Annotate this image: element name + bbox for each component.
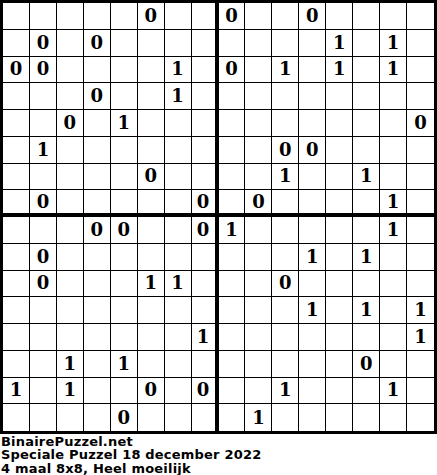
cell-r10c15[interactable] (380, 244, 407, 271)
cell-r6c14[interactable] (353, 137, 380, 164)
cell-r13c5[interactable] (111, 324, 138, 351)
cell-r8c11[interactable] (272, 190, 299, 217)
cell-r6c8[interactable] (192, 137, 219, 164)
cell-r16c9[interactable] (219, 404, 246, 431)
cell-r8c5[interactable] (111, 190, 138, 217)
cell-r8c2: 0 (30, 190, 57, 217)
cell-r16c6[interactable] (138, 404, 165, 431)
cell-r10c14: 1 (353, 244, 380, 271)
cell-r1c1[interactable] (3, 3, 30, 30)
cell-r8c12[interactable] (299, 190, 326, 217)
cell-r12c12: 1 (299, 297, 326, 324)
cell-r13c1[interactable] (3, 324, 30, 351)
cell-r2c12[interactable] (299, 30, 326, 57)
cell-r16c7[interactable] (165, 404, 192, 431)
cell-r5c11[interactable] (272, 110, 299, 137)
cell-r14c8[interactable] (192, 351, 219, 378)
cell-r4c12[interactable] (299, 83, 326, 110)
cell-r13c16: 1 (407, 324, 434, 351)
cell-r4c14[interactable] (353, 83, 380, 110)
cell-r1c14[interactable] (353, 3, 380, 30)
cell-r2c11[interactable] (272, 30, 299, 57)
cell-r12c1[interactable] (3, 297, 30, 324)
cell-r9c15: 1 (380, 217, 407, 244)
cell-r6c2: 1 (30, 137, 57, 164)
cell-r7c12[interactable] (299, 164, 326, 191)
cell-r7c15[interactable] (380, 164, 407, 191)
cell-r10c16[interactable] (407, 244, 434, 271)
cell-r16c13[interactable] (326, 404, 353, 431)
cell-r5c13[interactable] (326, 110, 353, 137)
cell-r3c14[interactable] (353, 57, 380, 84)
cell-r10c1[interactable] (3, 244, 30, 271)
caption: BinairePuzzel.net Speciale Puzzel 18 dec… (0, 435, 437, 475)
cell-r7c4[interactable] (84, 164, 111, 191)
cell-r3c10[interactable] (245, 57, 272, 84)
cell-r7c2[interactable] (30, 164, 57, 191)
cell-r15c10[interactable] (245, 378, 272, 405)
binary-puzzle-board: 0000011001011101010100011000100011011011… (0, 0, 437, 434)
puzzle-title: Speciale Puzzel 18 december 2022 (1, 448, 437, 461)
cell-r1c13[interactable] (326, 3, 353, 30)
cell-r9c7[interactable] (165, 217, 192, 244)
cell-r10c4[interactable] (84, 244, 111, 271)
cell-r9c3[interactable] (57, 217, 84, 244)
cell-r16c8[interactable] (192, 404, 219, 431)
cell-r10c12: 1 (299, 244, 326, 271)
cell-r8c1[interactable] (3, 190, 30, 217)
cell-r3c16[interactable] (407, 57, 434, 84)
cell-r12c16: 1 (407, 297, 434, 324)
cell-r11c14[interactable] (353, 271, 380, 298)
cell-r7c10[interactable] (245, 164, 272, 191)
cell-r13c7[interactable] (165, 324, 192, 351)
cell-r16c1[interactable] (3, 404, 30, 431)
cell-r16c2[interactable] (30, 404, 57, 431)
cell-r5c8[interactable] (192, 110, 219, 137)
cell-r8c14[interactable] (353, 190, 380, 217)
cell-r9c13[interactable] (326, 217, 353, 244)
cell-r13c12[interactable] (299, 324, 326, 351)
cell-r4c16[interactable] (407, 83, 434, 110)
cell-r14c10[interactable] (245, 351, 272, 378)
cell-r11c9[interactable] (219, 271, 246, 298)
cell-r16c15[interactable] (380, 404, 407, 431)
cell-r8c3[interactable] (57, 190, 84, 217)
cell-r1c7[interactable] (165, 3, 192, 30)
cell-r3c15: 1 (380, 57, 407, 84)
cell-r4c13[interactable] (326, 83, 353, 110)
cell-r4c6[interactable] (138, 83, 165, 110)
cell-r11c16[interactable] (407, 271, 434, 298)
cell-r4c8[interactable] (192, 83, 219, 110)
cell-r1c5[interactable] (111, 3, 138, 30)
puzzle-subtitle: 4 maal 8x8, Heel moeilijk (1, 462, 437, 475)
cell-r5c6[interactable] (138, 110, 165, 137)
cell-r1c10[interactable] (245, 3, 272, 30)
cell-r8c8: 0 (192, 190, 219, 217)
cell-r6c13[interactable] (326, 137, 353, 164)
cell-r5c7[interactable] (165, 110, 192, 137)
cell-r6c1[interactable] (3, 137, 30, 164)
cell-r10c2: 0 (30, 244, 57, 271)
cell-r3c5[interactable] (111, 57, 138, 84)
cell-r15c9[interactable] (219, 378, 246, 405)
cell-r14c1[interactable] (3, 351, 30, 378)
cell-r5c15[interactable] (380, 110, 407, 137)
cell-r8c10: 0 (245, 190, 272, 217)
cell-r14c2[interactable] (30, 351, 57, 378)
cell-r13c2[interactable] (30, 324, 57, 351)
cell-r3c8[interactable] (192, 57, 219, 84)
cell-r13c15[interactable] (380, 324, 407, 351)
cell-r2c13: 1 (326, 30, 353, 57)
cell-r15c5[interactable] (111, 378, 138, 405)
cell-r6c6[interactable] (138, 137, 165, 164)
cell-r8c9[interactable] (219, 190, 246, 217)
cell-r3c2: 0 (30, 57, 57, 84)
cell-r4c7: 1 (165, 83, 192, 110)
cell-r16c3[interactable] (57, 404, 84, 431)
cell-r16c5: 0 (111, 404, 138, 431)
puzzle-page: 0000011001011101010100011000100011011011… (0, 0, 437, 475)
cell-r2c10[interactable] (245, 30, 272, 57)
cell-r12c3[interactable] (57, 297, 84, 324)
cell-r1c16[interactable] (407, 3, 434, 30)
cell-r1c6: 0 (138, 3, 165, 30)
cell-r2c14[interactable] (353, 30, 380, 57)
cell-r7c13[interactable] (326, 164, 353, 191)
cell-r15c11: 1 (272, 378, 299, 405)
cell-r1c9: 0 (219, 3, 246, 30)
cell-r11c15[interactable] (380, 271, 407, 298)
cell-r7c1[interactable] (3, 164, 30, 191)
cell-r16c16[interactable] (407, 404, 434, 431)
cell-r11c2: 0 (30, 271, 57, 298)
cell-r4c4: 0 (84, 83, 111, 110)
cell-r11c5[interactable] (111, 271, 138, 298)
cell-r7c3[interactable] (57, 164, 84, 191)
cell-r9c5: 0 (111, 217, 138, 244)
cell-r8c7[interactable] (165, 190, 192, 217)
cell-r6c15[interactable] (380, 137, 407, 164)
cell-r3c4[interactable] (84, 57, 111, 84)
cell-r15c12[interactable] (299, 378, 326, 405)
cell-r10c6[interactable] (138, 244, 165, 271)
cell-r6c11: 0 (272, 137, 299, 164)
cell-r11c8[interactable] (192, 271, 219, 298)
cell-r4c1[interactable] (3, 83, 30, 110)
cell-r14c13[interactable] (326, 351, 353, 378)
cell-r14c15[interactable] (380, 351, 407, 378)
cell-r1c12: 0 (299, 3, 326, 30)
cell-r8c13[interactable] (326, 190, 353, 217)
cell-r9c12[interactable] (299, 217, 326, 244)
cell-r11c12[interactable] (299, 271, 326, 298)
cell-r15c16[interactable] (407, 378, 434, 405)
cell-r7c5[interactable] (111, 164, 138, 191)
cell-r11c10[interactable] (245, 271, 272, 298)
cell-r13c11[interactable] (272, 324, 299, 351)
cell-r9c2[interactable] (30, 217, 57, 244)
cell-r2c16[interactable] (407, 30, 434, 57)
cell-r5c12[interactable] (299, 110, 326, 137)
cell-r16c14[interactable] (353, 404, 380, 431)
cell-r14c16[interactable] (407, 351, 434, 378)
cell-r1c11[interactable] (272, 3, 299, 30)
cell-r7c11: 1 (272, 164, 299, 191)
cell-r3c1: 0 (3, 57, 30, 84)
cell-r14c14: 0 (353, 351, 380, 378)
cell-r11c7: 1 (165, 271, 192, 298)
cell-r1c2[interactable] (30, 3, 57, 30)
cell-r5c16: 0 (407, 110, 434, 137)
cell-r14c9[interactable] (219, 351, 246, 378)
cell-r2c6[interactable] (138, 30, 165, 57)
cell-r5c9[interactable] (219, 110, 246, 137)
cell-r14c7[interactable] (165, 351, 192, 378)
cell-r13c6[interactable] (138, 324, 165, 351)
cell-r12c11[interactable] (272, 297, 299, 324)
cell-r14c3: 1 (57, 351, 84, 378)
cell-r2c5[interactable] (111, 30, 138, 57)
cell-r1c4[interactable] (84, 3, 111, 30)
cell-r10c13[interactable] (326, 244, 353, 271)
cell-r2c3[interactable] (57, 30, 84, 57)
cell-r13c4[interactable] (84, 324, 111, 351)
cell-r12c7[interactable] (165, 297, 192, 324)
cell-r14c6[interactable] (138, 351, 165, 378)
cell-r10c9[interactable] (219, 244, 246, 271)
cell-r16c10: 1 (245, 404, 272, 431)
cell-r13c10[interactable] (245, 324, 272, 351)
cell-r10c10[interactable] (245, 244, 272, 271)
cell-r15c4[interactable] (84, 378, 111, 405)
cell-r9c14[interactable] (353, 217, 380, 244)
cell-r4c5[interactable] (111, 83, 138, 110)
cell-r15c8: 0 (192, 378, 219, 405)
cell-r4c9[interactable] (219, 83, 246, 110)
cell-r11c4[interactable] (84, 271, 111, 298)
cell-r6c9[interactable] (219, 137, 246, 164)
cell-r5c3: 0 (57, 110, 84, 137)
cell-r3c11: 1 (272, 57, 299, 84)
cell-r2c8[interactable] (192, 30, 219, 57)
cell-r11c13[interactable] (326, 271, 353, 298)
cell-r9c10[interactable] (245, 217, 272, 244)
cell-r12c15[interactable] (380, 297, 407, 324)
cell-r5c4[interactable] (84, 110, 111, 137)
cell-r1c15[interactable] (380, 3, 407, 30)
cell-r6c12: 0 (299, 137, 326, 164)
cell-r4c15[interactable] (380, 83, 407, 110)
cell-r3c9: 0 (219, 57, 246, 84)
cell-r2c4: 0 (84, 30, 111, 57)
cell-r4c10[interactable] (245, 83, 272, 110)
cell-r6c7[interactable] (165, 137, 192, 164)
cell-r15c2[interactable] (30, 378, 57, 405)
cell-r4c2[interactable] (30, 83, 57, 110)
cell-r13c3[interactable] (57, 324, 84, 351)
cell-r15c6: 0 (138, 378, 165, 405)
cell-r8c4[interactable] (84, 190, 111, 217)
cell-r16c11[interactable] (272, 404, 299, 431)
cell-r6c4[interactable] (84, 137, 111, 164)
cell-r10c8[interactable] (192, 244, 219, 271)
cell-r6c3[interactable] (57, 137, 84, 164)
cell-r15c3: 1 (57, 378, 84, 405)
cell-r9c6[interactable] (138, 217, 165, 244)
site-name: BinairePuzzel.net (1, 435, 437, 448)
cell-r13c9[interactable] (219, 324, 246, 351)
cell-r10c3[interactable] (57, 244, 84, 271)
cell-r5c14[interactable] (353, 110, 380, 137)
cell-r5c5: 1 (111, 110, 138, 137)
cell-r11c1[interactable] (3, 271, 30, 298)
cell-r6c5[interactable] (111, 137, 138, 164)
cell-r11c6: 1 (138, 271, 165, 298)
cell-r12c5[interactable] (111, 297, 138, 324)
cell-r13c8: 1 (192, 324, 219, 351)
cell-r12c13[interactable] (326, 297, 353, 324)
cell-r11c11: 0 (272, 271, 299, 298)
cell-r3c6[interactable] (138, 57, 165, 84)
cell-r15c15: 1 (380, 378, 407, 405)
cell-r5c10[interactable] (245, 110, 272, 137)
cell-r10c7[interactable] (165, 244, 192, 271)
cell-r12c8[interactable] (192, 297, 219, 324)
cell-r1c3[interactable] (57, 3, 84, 30)
cell-r12c4[interactable] (84, 297, 111, 324)
cell-r2c15: 1 (380, 30, 407, 57)
cell-r5c1[interactable] (3, 110, 30, 137)
cell-r7c7[interactable] (165, 164, 192, 191)
cell-r8c6[interactable] (138, 190, 165, 217)
cell-r6c16[interactable] (407, 137, 434, 164)
cell-r12c9[interactable] (219, 297, 246, 324)
cell-r12c10[interactable] (245, 297, 272, 324)
cell-r16c12[interactable] (299, 404, 326, 431)
cell-r11c3[interactable] (57, 271, 84, 298)
cell-r3c7: 1 (165, 57, 192, 84)
cell-r3c12[interactable] (299, 57, 326, 84)
cell-r10c5[interactable] (111, 244, 138, 271)
cell-r2c7[interactable] (165, 30, 192, 57)
cell-r14c5: 1 (111, 351, 138, 378)
cell-r14c11[interactable] (272, 351, 299, 378)
cell-r14c12[interactable] (299, 351, 326, 378)
cell-r2c2: 0 (30, 30, 57, 57)
cell-r4c3[interactable] (57, 83, 84, 110)
cell-r15c7[interactable] (165, 378, 192, 405)
cell-r7c6: 0 (138, 164, 165, 191)
cell-r10c11[interactable] (272, 244, 299, 271)
cell-r15c13[interactable] (326, 378, 353, 405)
cell-r6c10[interactable] (245, 137, 272, 164)
cell-r16c4[interactable] (84, 404, 111, 431)
cell-r15c1: 1 (3, 378, 30, 405)
cell-r3c3[interactable] (57, 57, 84, 84)
cell-r12c6[interactable] (138, 297, 165, 324)
cell-r13c13[interactable] (326, 324, 353, 351)
cell-r9c8: 0 (192, 217, 219, 244)
cell-r9c16[interactable] (407, 217, 434, 244)
cell-r9c9: 1 (219, 217, 246, 244)
cell-r7c14: 1 (353, 164, 380, 191)
cell-r2c1[interactable] (3, 30, 30, 57)
cell-r4c11[interactable] (272, 83, 299, 110)
cell-r14c4[interactable] (84, 351, 111, 378)
cell-r5c2[interactable] (30, 110, 57, 137)
cell-r9c4: 0 (84, 217, 111, 244)
cell-r15c14[interactable] (353, 378, 380, 405)
cell-r3c13: 1 (326, 57, 353, 84)
cell-r1c8[interactable] (192, 3, 219, 30)
cell-r12c2[interactable] (30, 297, 57, 324)
cell-r7c9[interactable] (219, 164, 246, 191)
cell-r13c14[interactable] (353, 324, 380, 351)
cell-r8c16[interactable] (407, 190, 434, 217)
cell-r7c8[interactable] (192, 164, 219, 191)
cell-r8c15: 1 (380, 190, 407, 217)
cell-r9c11[interactable] (272, 217, 299, 244)
cell-r7c16[interactable] (407, 164, 434, 191)
cell-r9c1[interactable] (3, 217, 30, 244)
cell-r12c14: 1 (353, 297, 380, 324)
cell-r2c9[interactable] (219, 30, 246, 57)
